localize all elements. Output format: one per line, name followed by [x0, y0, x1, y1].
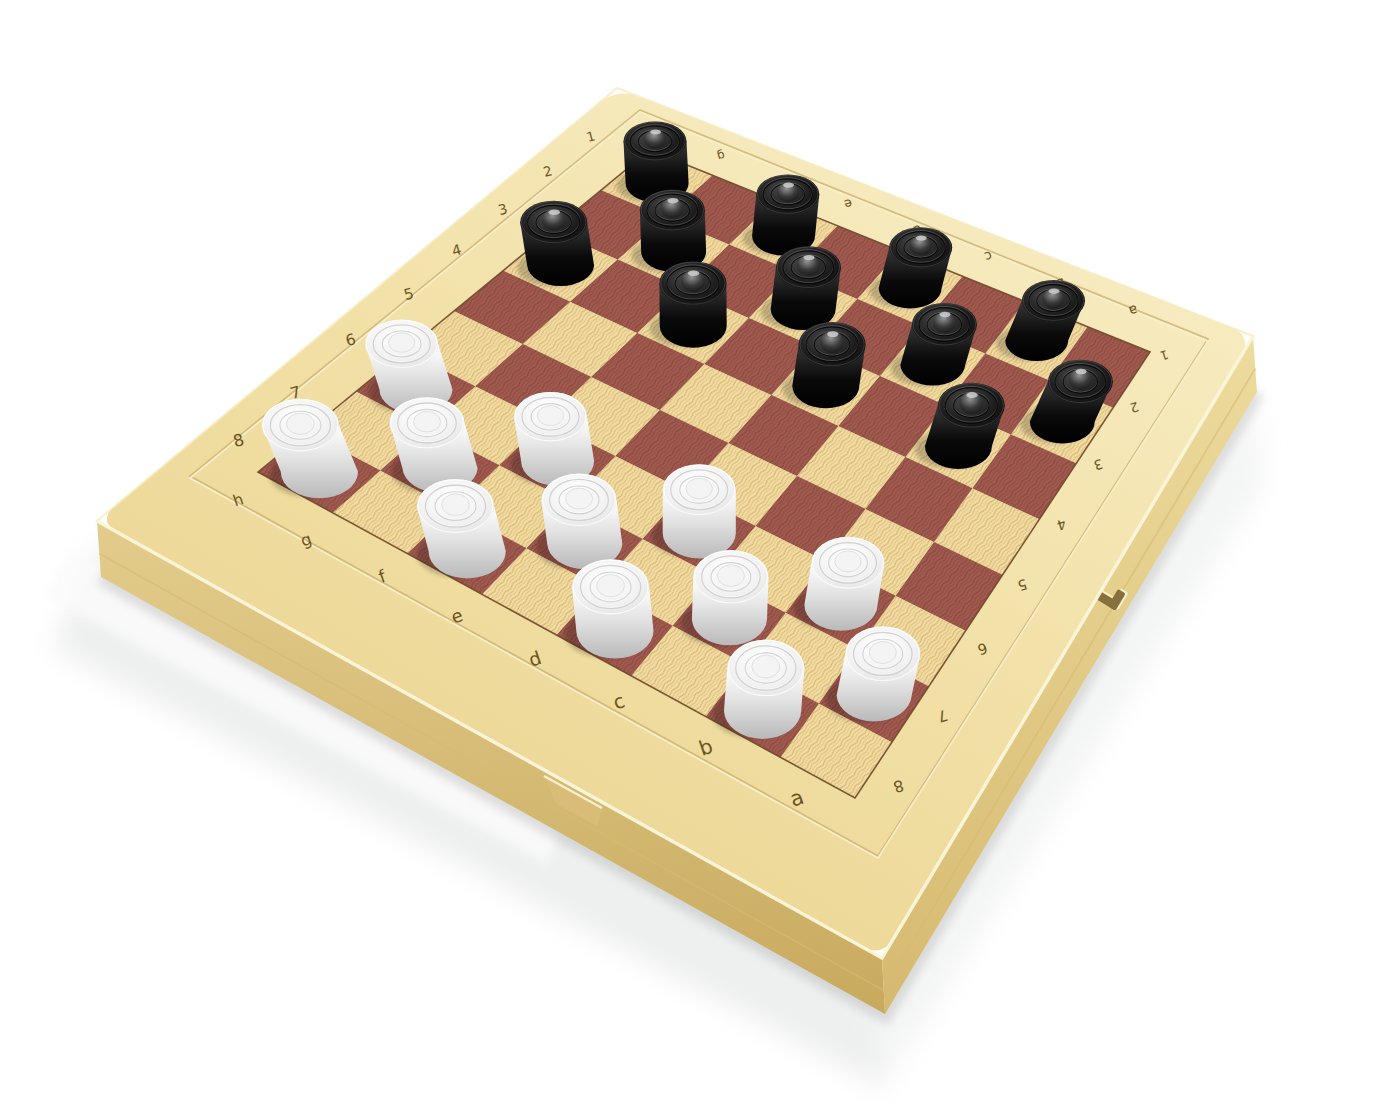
piece-white-f6[interactable] — [510, 392, 594, 486]
piece-center-boss — [686, 478, 712, 498]
piece-dome-specular — [827, 331, 838, 337]
piece-black-g2[interactable] — [631, 190, 706, 273]
scene: 12345678hgfedcbahgfedcba12345678 — [0, 0, 1373, 1107]
piece-center-boss — [597, 575, 625, 597]
piece-dome-specular — [916, 236, 927, 241]
piece-dome-specular — [804, 255, 815, 260]
piece-center-boss — [414, 411, 441, 432]
piece-center-boss — [835, 551, 861, 572]
piece-center-boss — [869, 642, 896, 664]
piece-dome-specular — [940, 312, 951, 318]
piece-center-boss — [752, 655, 780, 678]
piece-center-boss — [537, 406, 563, 426]
piece-center-boss — [287, 413, 315, 434]
piece-center-boss — [717, 565, 744, 587]
piece-white-d8[interactable] — [565, 559, 654, 658]
piece-dome-specular — [783, 183, 794, 188]
piece-white-e7[interactable] — [536, 474, 622, 570]
piece-dome-specular — [966, 392, 977, 398]
piece-dome-specular — [549, 210, 560, 216]
piece-dome-specular — [1076, 369, 1087, 375]
checkers-board-render: 12345678hgfedcbahgfedcba12345678 — [0, 0, 1373, 1107]
piece-dome-specular — [688, 270, 699, 276]
piece-black-h3[interactable] — [517, 201, 594, 287]
piece-center-boss — [566, 488, 593, 509]
piece-dome-specular — [1049, 289, 1060, 294]
piece-dome-specular — [650, 130, 661, 135]
piece-center-boss — [442, 494, 470, 516]
piece-dome-specular — [668, 198, 679, 203]
piece-center-boss — [389, 333, 415, 352]
